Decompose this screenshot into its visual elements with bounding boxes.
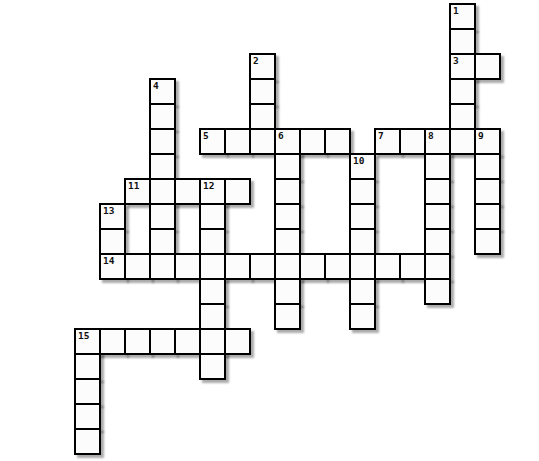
crossword-cell[interactable] xyxy=(399,128,426,155)
cell-number: 12 xyxy=(203,180,214,191)
crossword-cell[interactable] xyxy=(124,328,151,355)
crossword-cell[interactable]: 8 xyxy=(424,128,451,155)
crossword-cell[interactable] xyxy=(474,203,501,230)
cell-number: 5 xyxy=(203,130,209,141)
cell-number: 8 xyxy=(428,130,434,141)
crossword-cell[interactable] xyxy=(424,228,451,255)
crossword-cell[interactable] xyxy=(274,178,301,205)
crossword-cell[interactable] xyxy=(224,253,251,280)
cell-number: 4 xyxy=(153,80,159,91)
crossword-cell[interactable] xyxy=(74,428,101,455)
crossword-cell[interactable] xyxy=(174,253,201,280)
crossword-cell[interactable] xyxy=(324,128,351,155)
crossword-cell[interactable] xyxy=(249,103,276,130)
crossword-cell[interactable]: 6 xyxy=(274,128,301,155)
crossword-cell[interactable] xyxy=(449,128,476,155)
crossword-cell[interactable] xyxy=(474,153,501,180)
crossword-cell[interactable] xyxy=(274,253,301,280)
crossword-cell[interactable] xyxy=(249,78,276,105)
crossword-cell[interactable]: 10 xyxy=(349,153,376,180)
crossword-cell[interactable] xyxy=(299,128,326,155)
crossword-cell[interactable] xyxy=(124,253,151,280)
crossword-cell[interactable]: 7 xyxy=(374,128,401,155)
crossword-cell[interactable] xyxy=(249,128,276,155)
cell-number: 15 xyxy=(78,330,89,341)
crossword-cell[interactable] xyxy=(474,53,501,80)
crossword-cell[interactable] xyxy=(149,128,176,155)
crossword-cell[interactable] xyxy=(424,178,451,205)
crossword-cell[interactable] xyxy=(424,203,451,230)
crossword-cell[interactable] xyxy=(174,328,201,355)
crossword-cell[interactable] xyxy=(224,178,251,205)
crossword-cell[interactable]: 5 xyxy=(199,128,226,155)
crossword-cell[interactable]: 9 xyxy=(474,128,501,155)
cell-number: 3 xyxy=(453,55,459,66)
cell-number: 9 xyxy=(478,130,484,141)
crossword-cell[interactable]: 13 xyxy=(99,203,126,230)
crossword-cell[interactable] xyxy=(274,228,301,255)
crossword-cell[interactable] xyxy=(274,153,301,180)
crossword-cell[interactable] xyxy=(274,303,301,330)
crossword-cell[interactable]: 14 xyxy=(99,253,126,280)
crossword-cell[interactable] xyxy=(274,203,301,230)
crossword-cell[interactable] xyxy=(174,178,201,205)
crossword-cell[interactable] xyxy=(299,253,326,280)
crossword-cell[interactable] xyxy=(474,178,501,205)
crossword-cell[interactable] xyxy=(399,253,426,280)
crossword-cell[interactable]: 12 xyxy=(199,178,226,205)
crossword-cell[interactable] xyxy=(349,203,376,230)
crossword-grid: 123456789101112131415 xyxy=(74,3,499,453)
crossword-cell[interactable] xyxy=(74,403,101,430)
crossword-cell[interactable] xyxy=(199,303,226,330)
crossword-cell[interactable]: 11 xyxy=(124,178,151,205)
crossword-cell[interactable] xyxy=(349,228,376,255)
crossword-cell[interactable]: 15 xyxy=(74,328,101,355)
cell-number: 1 xyxy=(453,5,459,16)
crossword-cell[interactable] xyxy=(474,228,501,255)
crossword-cell[interactable] xyxy=(149,103,176,130)
crossword-cell[interactable] xyxy=(199,328,226,355)
crossword-cell[interactable] xyxy=(449,78,476,105)
crossword-cell[interactable] xyxy=(449,28,476,55)
cell-number: 13 xyxy=(103,205,114,216)
cell-number: 10 xyxy=(353,155,364,166)
crossword-cell[interactable] xyxy=(199,353,226,380)
crossword-cell[interactable] xyxy=(99,328,126,355)
crossword-cell[interactable]: 2 xyxy=(249,53,276,80)
crossword-cell[interactable]: 3 xyxy=(449,53,476,80)
cell-number: 11 xyxy=(128,180,139,191)
crossword-cell[interactable] xyxy=(424,278,451,305)
crossword-cell[interactable] xyxy=(99,228,126,255)
crossword-cell[interactable] xyxy=(349,178,376,205)
crossword-cell[interactable] xyxy=(349,278,376,305)
crossword-cell[interactable]: 1 xyxy=(449,3,476,30)
crossword-cell[interactable] xyxy=(149,203,176,230)
cell-number: 6 xyxy=(278,130,284,141)
crossword-cell[interactable] xyxy=(199,228,226,255)
crossword-cell[interactable] xyxy=(349,303,376,330)
crossword-cell[interactable] xyxy=(149,153,176,180)
crossword-cell[interactable] xyxy=(424,253,451,280)
crossword-cell[interactable] xyxy=(199,203,226,230)
cell-number: 14 xyxy=(103,255,114,266)
crossword-cell[interactable] xyxy=(149,228,176,255)
crossword-cell[interactable] xyxy=(74,353,101,380)
crossword-cell[interactable] xyxy=(249,253,276,280)
crossword-cell[interactable] xyxy=(374,253,401,280)
page-background: 123456789101112131415 xyxy=(0,0,539,461)
crossword-cell[interactable] xyxy=(199,253,226,280)
crossword-cell[interactable] xyxy=(224,128,251,155)
crossword-cell[interactable] xyxy=(149,178,176,205)
cell-number: 7 xyxy=(378,130,384,141)
cell-number: 2 xyxy=(253,55,259,66)
crossword-cell[interactable] xyxy=(149,253,176,280)
crossword-cell[interactable] xyxy=(224,328,251,355)
crossword-cell[interactable] xyxy=(424,153,451,180)
crossword-cell[interactable] xyxy=(199,278,226,305)
crossword-cell[interactable] xyxy=(274,278,301,305)
crossword-cell[interactable]: 4 xyxy=(149,78,176,105)
crossword-cell[interactable] xyxy=(74,378,101,405)
crossword-cell[interactable] xyxy=(149,328,176,355)
crossword-cell[interactable] xyxy=(324,253,351,280)
crossword-cell[interactable] xyxy=(449,103,476,130)
crossword-cell[interactable] xyxy=(349,253,376,280)
